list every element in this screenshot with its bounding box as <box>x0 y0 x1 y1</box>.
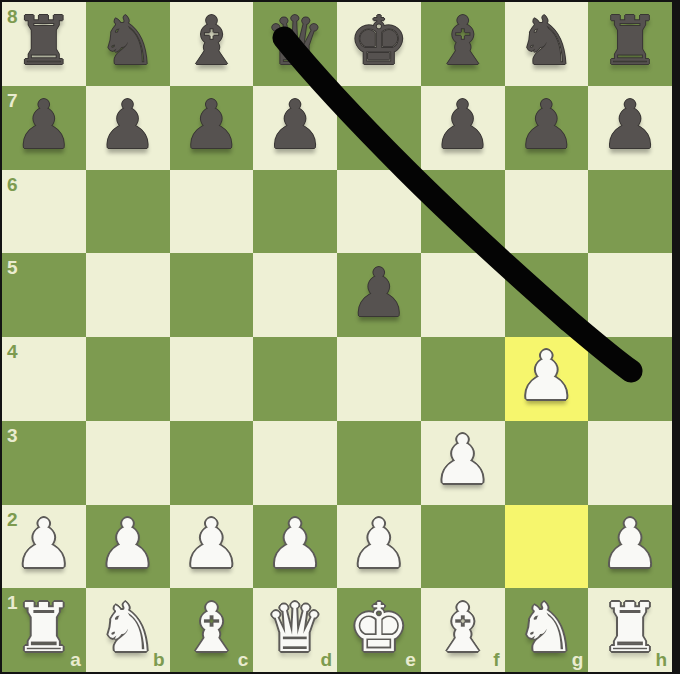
square-b3[interactable] <box>86 421 170 505</box>
square-f1[interactable]: f♝ <box>421 588 505 672</box>
piece-black-pawn-a7[interactable]: ♟ <box>2 86 86 170</box>
square-c2[interactable]: ♟ <box>170 505 254 589</box>
square-c8[interactable]: ♝ <box>170 2 254 86</box>
square-h1[interactable]: h♜ <box>588 588 672 672</box>
square-g3[interactable] <box>505 421 589 505</box>
square-e8[interactable]: ♚ <box>337 2 421 86</box>
square-e1[interactable]: e♚ <box>337 588 421 672</box>
piece-black-pawn-d7[interactable]: ♟ <box>253 86 337 170</box>
square-d8[interactable]: ♛ <box>253 2 337 86</box>
square-c4[interactable] <box>170 337 254 421</box>
piece-white-rook-a1[interactable]: ♜ <box>2 588 86 672</box>
piece-white-pawn-h2[interactable]: ♟ <box>588 505 672 589</box>
square-e2[interactable]: ♟ <box>337 505 421 589</box>
piece-black-rook-a8[interactable]: ♜ <box>2 2 86 86</box>
piece-white-pawn-a2[interactable]: ♟ <box>2 505 86 589</box>
piece-black-pawn-c7[interactable]: ♟ <box>170 86 254 170</box>
square-b7[interactable]: ♟ <box>86 86 170 170</box>
square-d2[interactable]: ♟ <box>253 505 337 589</box>
square-b5[interactable] <box>86 253 170 337</box>
square-b8[interactable]: ♞ <box>86 2 170 86</box>
square-c5[interactable] <box>170 253 254 337</box>
piece-black-pawn-e5[interactable]: ♟ <box>337 253 421 337</box>
square-d5[interactable] <box>253 253 337 337</box>
square-g7[interactable]: ♟ <box>505 86 589 170</box>
square-h8[interactable]: ♜ <box>588 2 672 86</box>
piece-black-pawn-f7[interactable]: ♟ <box>421 86 505 170</box>
square-e3[interactable] <box>337 421 421 505</box>
piece-black-queen-d8[interactable]: ♛ <box>253 2 337 86</box>
piece-black-pawn-g7[interactable]: ♟ <box>505 86 589 170</box>
piece-white-pawn-e2[interactable]: ♟ <box>337 505 421 589</box>
rank-label-6: 6 <box>7 175 18 194</box>
square-f7[interactable]: ♟ <box>421 86 505 170</box>
square-a1[interactable]: 1a♜ <box>2 588 86 672</box>
square-c7[interactable]: ♟ <box>170 86 254 170</box>
square-f6[interactable] <box>421 170 505 254</box>
square-h7[interactable]: ♟ <box>588 86 672 170</box>
piece-white-pawn-g4[interactable]: ♟ <box>505 337 589 421</box>
square-a4[interactable]: 4 <box>2 337 86 421</box>
rank-label-4: 4 <box>7 342 18 361</box>
square-h2[interactable]: ♟ <box>588 505 672 589</box>
square-b4[interactable] <box>86 337 170 421</box>
square-f5[interactable] <box>421 253 505 337</box>
rank-label-3: 3 <box>7 426 18 445</box>
square-b2[interactable]: ♟ <box>86 505 170 589</box>
square-a3[interactable]: 3 <box>2 421 86 505</box>
square-c1[interactable]: c♝ <box>170 588 254 672</box>
piece-black-knight-b8[interactable]: ♞ <box>86 2 170 86</box>
piece-black-rook-h8[interactable]: ♜ <box>588 2 672 86</box>
square-g1[interactable]: g♞ <box>505 588 589 672</box>
piece-white-pawn-d2[interactable]: ♟ <box>253 505 337 589</box>
square-d1[interactable]: d♛ <box>253 588 337 672</box>
square-d7[interactable]: ♟ <box>253 86 337 170</box>
square-e7[interactable] <box>337 86 421 170</box>
piece-white-king-e1[interactable]: ♚ <box>337 588 421 672</box>
square-e6[interactable] <box>337 170 421 254</box>
square-h6[interactable] <box>588 170 672 254</box>
square-f2[interactable] <box>421 505 505 589</box>
square-g4[interactable]: ♟ <box>505 337 589 421</box>
square-a5[interactable]: 5 <box>2 253 86 337</box>
piece-black-knight-g8[interactable]: ♞ <box>505 2 589 86</box>
square-h3[interactable] <box>588 421 672 505</box>
square-a6[interactable]: 6 <box>2 170 86 254</box>
piece-black-king-e8[interactable]: ♚ <box>337 2 421 86</box>
square-c6[interactable] <box>170 170 254 254</box>
piece-white-pawn-f3[interactable]: ♟ <box>421 421 505 505</box>
square-d3[interactable] <box>253 421 337 505</box>
chess-app-screenshot: 8♜♞♝♛♚♝♞♜7♟♟♟♟♟♟♟65♟4♟3♟2♟♟♟♟♟♟1a♜b♞c♝d♛… <box>0 0 680 674</box>
square-b1[interactable]: b♞ <box>86 588 170 672</box>
piece-white-pawn-c2[interactable]: ♟ <box>170 505 254 589</box>
square-f4[interactable] <box>421 337 505 421</box>
piece-white-rook-h1[interactable]: ♜ <box>588 588 672 672</box>
piece-white-queen-d1[interactable]: ♛ <box>253 588 337 672</box>
square-g8[interactable]: ♞ <box>505 2 589 86</box>
piece-black-bishop-f8[interactable]: ♝ <box>421 2 505 86</box>
square-a7[interactable]: 7♟ <box>2 86 86 170</box>
piece-white-bishop-f1[interactable]: ♝ <box>421 588 505 672</box>
square-a8[interactable]: 8♜ <box>2 2 86 86</box>
chess-board: 8♜♞♝♛♚♝♞♜7♟♟♟♟♟♟♟65♟4♟3♟2♟♟♟♟♟♟1a♜b♞c♝d♛… <box>2 2 672 672</box>
square-h5[interactable] <box>588 253 672 337</box>
piece-black-pawn-h7[interactable]: ♟ <box>588 86 672 170</box>
square-e5[interactable]: ♟ <box>337 253 421 337</box>
square-a2[interactable]: 2♟ <box>2 505 86 589</box>
square-c3[interactable] <box>170 421 254 505</box>
square-h4[interactable] <box>588 337 672 421</box>
square-g2[interactable] <box>505 505 589 589</box>
piece-white-knight-b1[interactable]: ♞ <box>86 588 170 672</box>
piece-black-pawn-b7[interactable]: ♟ <box>86 86 170 170</box>
square-d6[interactable] <box>253 170 337 254</box>
square-g6[interactable] <box>505 170 589 254</box>
piece-white-pawn-b2[interactable]: ♟ <box>86 505 170 589</box>
piece-white-bishop-c1[interactable]: ♝ <box>170 588 254 672</box>
piece-white-knight-g1[interactable]: ♞ <box>505 588 589 672</box>
square-d4[interactable] <box>253 337 337 421</box>
square-f3[interactable]: ♟ <box>421 421 505 505</box>
square-e4[interactable] <box>337 337 421 421</box>
square-b6[interactable] <box>86 170 170 254</box>
square-f8[interactable]: ♝ <box>421 2 505 86</box>
piece-black-bishop-c8[interactable]: ♝ <box>170 2 254 86</box>
rank-label-5: 5 <box>7 258 18 277</box>
square-g5[interactable] <box>505 253 589 337</box>
